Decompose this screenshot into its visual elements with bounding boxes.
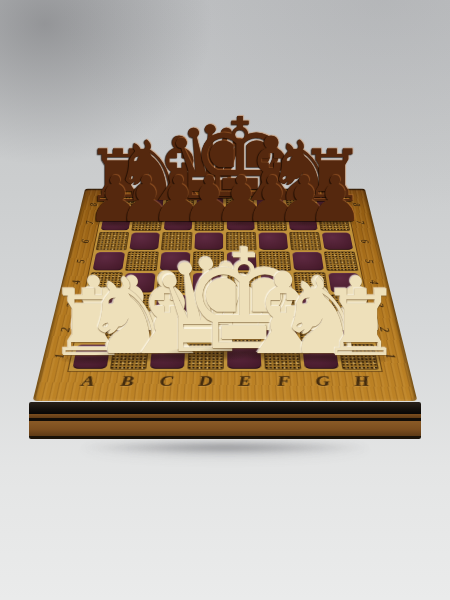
board-front-bevel bbox=[29, 402, 421, 414]
box-lower-half bbox=[29, 421, 421, 436]
rank-label-6: 6 bbox=[359, 239, 372, 243]
photo-backdrop: 87654321 87654321 ABCDEFGH ♜♞♝♛♚♝♞♜♟♟♟♟♟… bbox=[0, 0, 450, 600]
box-side-front bbox=[29, 402, 421, 439]
floor-shadow bbox=[22, 441, 428, 457]
pieces-layer: ♜♞♝♛♚♝♞♜♟♟♟♟♟♟♟♟♟♟♟♟♟♟♟♟♜♞♝♛♚♝♞♜ bbox=[0, 0, 450, 600]
piece-black-pawn-h7[interactable]: ♟ bbox=[307, 168, 364, 231]
rank-label-6: 6 bbox=[78, 239, 91, 243]
piece-white-rook-h1[interactable]: ♜ bbox=[320, 278, 402, 369]
